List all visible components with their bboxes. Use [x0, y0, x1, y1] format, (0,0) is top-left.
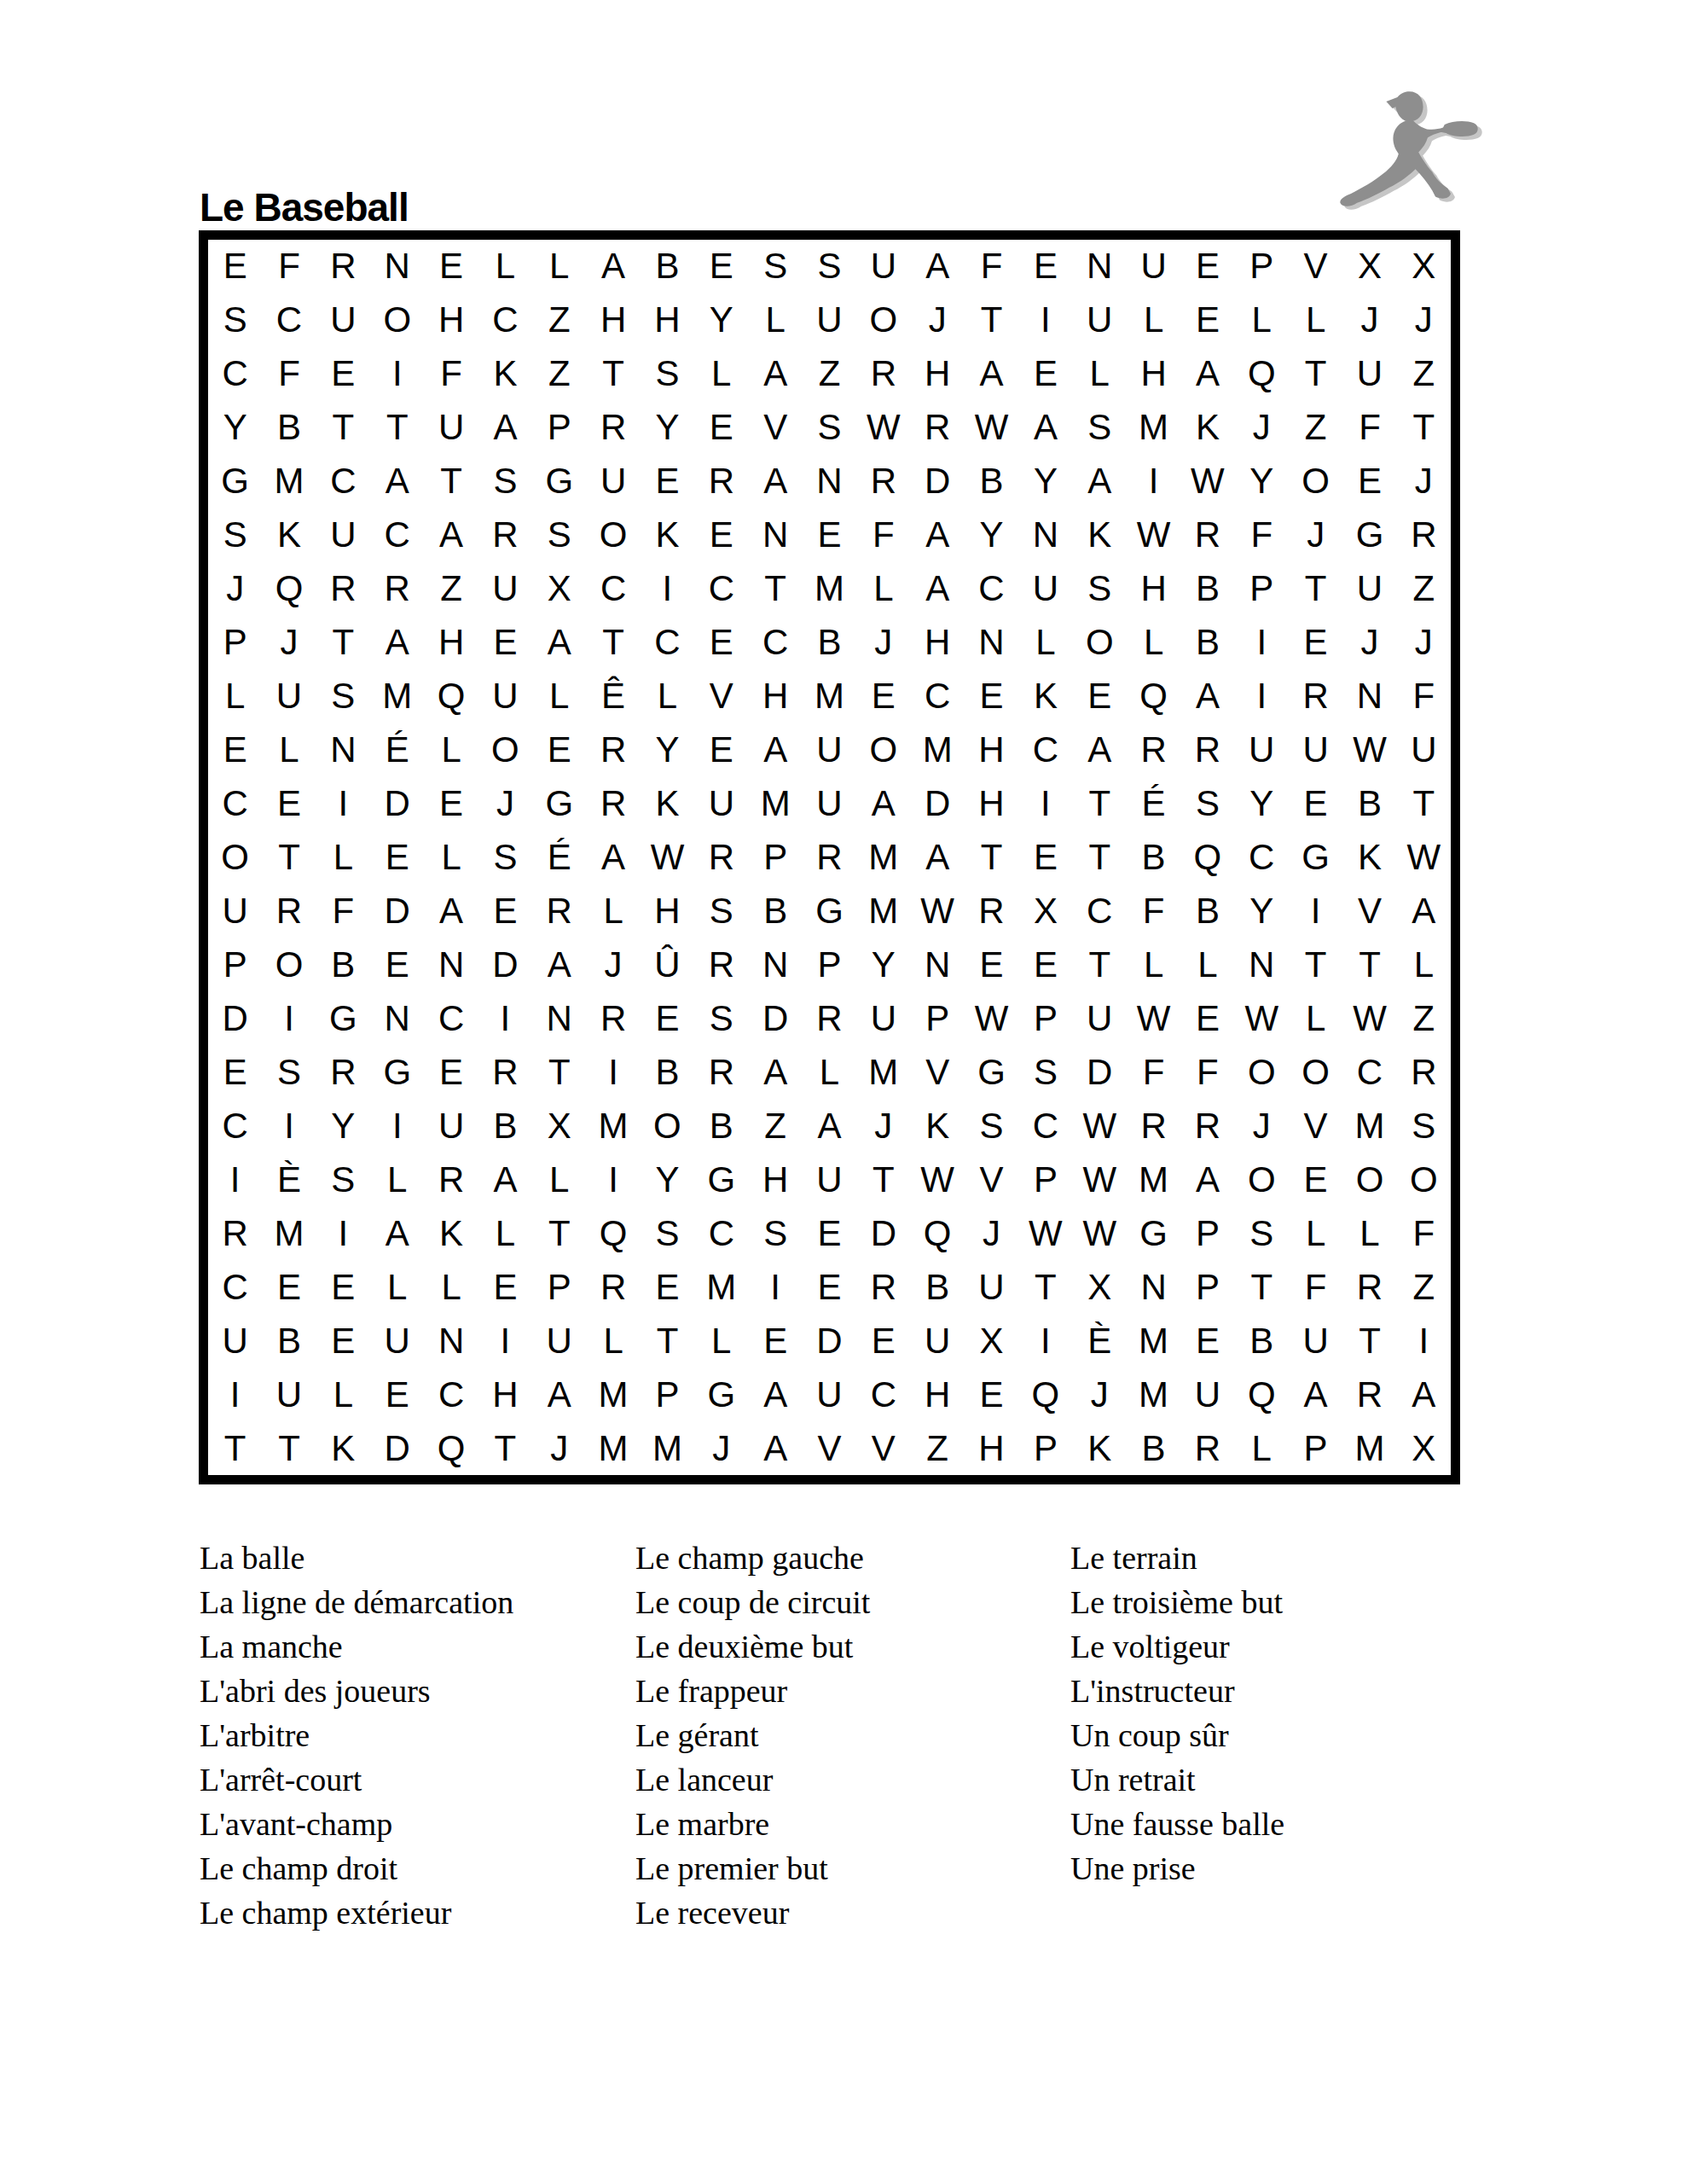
grid-cell: U — [478, 562, 532, 616]
grid-cell: A — [748, 347, 802, 401]
grid-cell: J — [262, 616, 316, 670]
grid-cell: H — [1127, 562, 1180, 616]
grid-cell: N — [1342, 670, 1396, 723]
grid-cell: U — [856, 240, 910, 293]
grid-cell: E — [1073, 670, 1127, 723]
grid-cell: E — [856, 670, 910, 723]
grid-cell: B — [1180, 616, 1234, 670]
grid-cell: É — [1127, 777, 1180, 831]
grid-cell: G — [694, 1153, 748, 1206]
grid-cell: Q — [424, 1421, 478, 1475]
grid-cell: R — [1127, 723, 1180, 777]
grid-cell: Q — [424, 670, 478, 723]
grid-cell: D — [208, 991, 262, 1045]
grid-cell: A — [532, 938, 586, 991]
grid-cell: Z — [1289, 401, 1342, 455]
grid-cell: U — [424, 1099, 478, 1153]
grid-cell: Z — [748, 1099, 802, 1153]
grid-cell: G — [208, 455, 262, 508]
grid-cell: T — [586, 347, 640, 401]
grid-cell: D — [1073, 1045, 1127, 1099]
word-item: Le deuxième but — [635, 1624, 870, 1669]
grid-cell: A — [370, 455, 424, 508]
grid-cell: P — [208, 938, 262, 991]
grid-cell: M — [856, 1045, 910, 1099]
grid-cell: G — [532, 777, 586, 831]
grid-cell: L — [532, 1153, 586, 1206]
grid-cell: I — [1289, 884, 1342, 938]
grid-cell: J — [208, 562, 262, 616]
grid-cell: U — [1073, 293, 1127, 347]
grid-cell: E — [965, 1368, 1018, 1421]
grid-cell: U — [803, 1368, 856, 1421]
grid-cell: L — [370, 1260, 424, 1314]
grid-cell: E — [641, 1260, 694, 1314]
grid-cell: W — [1342, 991, 1396, 1045]
grid-cell: N — [803, 455, 856, 508]
grid-cell: E — [694, 240, 748, 293]
grid-cell: Y — [641, 401, 694, 455]
grid-cell: X — [1342, 240, 1396, 293]
grid-cell: M — [370, 670, 424, 723]
grid-cell: I — [208, 1368, 262, 1421]
grid-cell: R — [424, 1153, 478, 1206]
grid-cell: H — [424, 616, 478, 670]
grid-cell: J — [1073, 1368, 1127, 1421]
grid-cell: L — [856, 562, 910, 616]
grid-cell: L — [208, 670, 262, 723]
grid-cell: S — [1073, 562, 1127, 616]
grid-cell: I — [478, 1314, 532, 1368]
grid-cell: W — [965, 991, 1018, 1045]
grid-cell: L — [1235, 1421, 1289, 1475]
grid-cell: I — [1397, 1314, 1451, 1368]
grid-cell: V — [911, 1045, 965, 1099]
grid-cell: J — [1397, 455, 1451, 508]
grid-cell: R — [262, 884, 316, 938]
grid-cell: H — [965, 777, 1018, 831]
grid-cell: E — [532, 723, 586, 777]
grid-cell: W — [1073, 1206, 1127, 1260]
grid-cell: M — [262, 1206, 316, 1260]
grid-cell: H — [1127, 347, 1180, 401]
grid-cell: T — [370, 401, 424, 455]
grid-cell: L — [803, 1045, 856, 1099]
grid-cell: L — [1289, 1206, 1342, 1260]
grid-cell: E — [965, 938, 1018, 991]
grid-cell: D — [748, 991, 802, 1045]
grid-cell: I — [748, 1260, 802, 1314]
grid-cell: T — [1397, 777, 1451, 831]
grid-cell: L — [478, 1206, 532, 1260]
grid-cell: N — [1073, 240, 1127, 293]
grid-cell: P — [532, 1260, 586, 1314]
grid-cell: I — [262, 991, 316, 1045]
grid-cell: E — [1180, 991, 1234, 1045]
grid-cell: F — [1397, 670, 1451, 723]
grid-cell: T — [262, 1421, 316, 1475]
grid-cell: C — [208, 1260, 262, 1314]
grid-cell: A — [532, 1368, 586, 1421]
grid-cell: M — [1127, 1153, 1180, 1206]
grid-cell: A — [1289, 1368, 1342, 1421]
grid-cell: W — [965, 401, 1018, 455]
word-item: Le champ extérieur — [200, 1891, 513, 1935]
grid-cell: R — [478, 508, 532, 562]
grid-cell: D — [370, 777, 424, 831]
grid-cell: N — [1018, 508, 1072, 562]
grid-cell: U — [370, 1314, 424, 1368]
grid-cell: É — [532, 831, 586, 885]
grid-cell: L — [424, 831, 478, 885]
grid-cell: T — [586, 616, 640, 670]
grid-cell: K — [316, 1421, 370, 1475]
grid-cell: F — [1397, 1206, 1451, 1260]
grid-cell: Q — [1018, 1368, 1072, 1421]
grid-cell: Y — [1235, 884, 1289, 938]
grid-cell: J — [586, 938, 640, 991]
grid-cell: X — [1397, 1421, 1451, 1475]
grid-cell: H — [586, 293, 640, 347]
grid-cell: V — [1342, 884, 1396, 938]
grid-cell: Y — [965, 508, 1018, 562]
grid-cell: P — [532, 401, 586, 455]
grid-cell: R — [694, 831, 748, 885]
grid-cell: J — [856, 616, 910, 670]
grid-cell: H — [478, 1368, 532, 1421]
grid-cell: D — [911, 777, 965, 831]
grid-cell: B — [803, 616, 856, 670]
grid-cell: E — [370, 1368, 424, 1421]
grid-cell: L — [1397, 938, 1451, 991]
grid-cell: G — [1342, 508, 1396, 562]
grid-cell: E — [1018, 347, 1072, 401]
grid-cell: K — [1073, 1421, 1127, 1475]
grid-cell: E — [1018, 938, 1072, 991]
grid-cell: C — [1018, 723, 1072, 777]
grid-cell: E — [1018, 831, 1072, 885]
grid-cell: W — [1397, 831, 1451, 885]
word-item: Un coup sûr — [1070, 1713, 1284, 1757]
grid-cell: D — [478, 938, 532, 991]
grid-cell: U — [1342, 562, 1396, 616]
grid-cell: R — [478, 1045, 532, 1099]
grid-cell: H — [424, 293, 478, 347]
grid-cell: K — [1018, 670, 1072, 723]
grid-cell: U — [911, 1314, 965, 1368]
grid-cell: A — [478, 1153, 532, 1206]
grid-cell: Q — [586, 1206, 640, 1260]
grid-cell: L — [424, 723, 478, 777]
word-item: Une prise — [1070, 1846, 1284, 1891]
grid-cell: F — [262, 347, 316, 401]
grid-cell: E — [370, 938, 424, 991]
grid-cell: T — [965, 831, 1018, 885]
grid-cell: L — [478, 240, 532, 293]
grid-cell: L — [694, 347, 748, 401]
grid-cell: A — [424, 508, 478, 562]
word-item: L'avant-champ — [200, 1802, 513, 1846]
grid-cell: F — [1342, 401, 1396, 455]
grid-cell: O — [856, 293, 910, 347]
grid-cell: P — [1235, 562, 1289, 616]
grid-cell: C — [586, 562, 640, 616]
grid-cell: F — [1289, 1260, 1342, 1314]
grid-cell: J — [856, 1099, 910, 1153]
grid-cell: U — [1018, 562, 1072, 616]
grid-cell: R — [586, 1260, 640, 1314]
grid-cell: M — [856, 884, 910, 938]
grid-cell: A — [1180, 670, 1234, 723]
grid-cell: T — [1342, 938, 1396, 991]
word-item: La manche — [200, 1624, 513, 1669]
grid-cell: M — [803, 670, 856, 723]
grid-cell: F — [1127, 884, 1180, 938]
grid-cell: J — [532, 1421, 586, 1475]
grid-cell: O — [370, 293, 424, 347]
page-title: Le Baseball — [200, 184, 409, 230]
grid-cell: B — [911, 1260, 965, 1314]
grid-cell: J — [1397, 293, 1451, 347]
word-item: Un retrait — [1070, 1757, 1284, 1802]
grid-cell: U — [478, 670, 532, 723]
grid-cell: L — [586, 884, 640, 938]
grid-cell: E — [478, 884, 532, 938]
grid-cell: L — [641, 670, 694, 723]
grid-cell: Y — [856, 938, 910, 991]
grid-cell: E — [208, 1045, 262, 1099]
grid-cell: W — [1235, 991, 1289, 1045]
grid-cell: S — [1397, 1099, 1451, 1153]
grid-cell: M — [1127, 1368, 1180, 1421]
grid-cell: B — [1235, 1314, 1289, 1368]
grid-cell: A — [1018, 401, 1072, 455]
grid-cell: M — [856, 831, 910, 885]
grid-cell: S — [208, 508, 262, 562]
grid-cell: W — [1127, 991, 1180, 1045]
grid-cell: U — [803, 777, 856, 831]
grid-cell: G — [803, 884, 856, 938]
grid-cell: Z — [532, 293, 586, 347]
grid-cell: C — [694, 1206, 748, 1260]
grid-cell: J — [478, 777, 532, 831]
grid-cell: U — [532, 1314, 586, 1368]
grid-cell: M — [803, 562, 856, 616]
grid-cell: Q — [911, 1206, 965, 1260]
grid-cell: V — [803, 1421, 856, 1475]
grid-cell: P — [911, 991, 965, 1045]
grid-cell: S — [748, 1206, 802, 1260]
grid-cell: T — [1289, 562, 1342, 616]
grid-cell: T — [532, 1206, 586, 1260]
grid-cell: B — [262, 1314, 316, 1368]
grid-cell: J — [911, 293, 965, 347]
grid-cell: U — [856, 991, 910, 1045]
grid-cell: F — [856, 508, 910, 562]
grid-cell: B — [262, 401, 316, 455]
grid-cell: R — [803, 991, 856, 1045]
grid-cell: T — [1073, 831, 1127, 885]
grid-cell: W — [911, 884, 965, 938]
grid-cell: K — [641, 777, 694, 831]
grid-cell: R — [316, 562, 370, 616]
grid-cell: R — [1180, 1421, 1234, 1475]
grid-cell: L — [1235, 293, 1289, 347]
grid-cell: U — [208, 1314, 262, 1368]
grid-cell: E — [370, 831, 424, 885]
grid-cell: S — [262, 1045, 316, 1099]
grid-cell: I — [1127, 455, 1180, 508]
grid-cell: R — [1397, 508, 1451, 562]
grid-cell: U — [1397, 723, 1451, 777]
grid-cell: E — [1180, 293, 1234, 347]
grid-cell: R — [586, 401, 640, 455]
grid-cell: X — [532, 1099, 586, 1153]
grid-cell: K — [911, 1099, 965, 1153]
grid-cell: W — [1342, 723, 1396, 777]
grid-cell: R — [965, 884, 1018, 938]
grid-cell: C — [424, 1368, 478, 1421]
grid-cell: È — [262, 1153, 316, 1206]
word-item: Le terrain — [1070, 1536, 1284, 1580]
grid-cell: I — [641, 562, 694, 616]
grid-cell: N — [965, 616, 1018, 670]
grid-cell: H — [965, 1421, 1018, 1475]
word-item: Le premier but — [635, 1846, 870, 1891]
grid-cell: N — [424, 938, 478, 991]
grid-cell: L — [694, 1314, 748, 1368]
grid-cell: U — [1342, 347, 1396, 401]
word-item: L'arbitre — [200, 1713, 513, 1757]
grid-cell: P — [803, 938, 856, 991]
grid-cell: U — [316, 508, 370, 562]
grid-cell: E — [1180, 1314, 1234, 1368]
grid-cell: L — [586, 1314, 640, 1368]
grid-cell: C — [1018, 1099, 1072, 1153]
grid-cell: J — [1289, 508, 1342, 562]
grid-cell: V — [748, 401, 802, 455]
grid-cell: P — [1180, 1206, 1234, 1260]
grid-cell: Y — [1235, 777, 1289, 831]
grid-cell: L — [532, 670, 586, 723]
grid-cell: A — [748, 1368, 802, 1421]
grid-cell: T — [748, 562, 802, 616]
grid-cell: E — [694, 616, 748, 670]
grid-cell: Q — [1235, 1368, 1289, 1421]
grid-cell: F — [316, 884, 370, 938]
grid-cell: B — [641, 240, 694, 293]
grid-cell: F — [1235, 508, 1289, 562]
grid-cell: I — [208, 1153, 262, 1206]
grid-cell: O — [262, 938, 316, 991]
grid-cell: S — [1180, 777, 1234, 831]
grid-cell: U — [316, 293, 370, 347]
grid-cell: Z — [1397, 991, 1451, 1045]
grid-cell: I — [1018, 777, 1072, 831]
grid-cell: M — [262, 455, 316, 508]
grid-cell: A — [911, 831, 965, 885]
grid-cell: A — [586, 240, 640, 293]
grid-cell: Y — [641, 1153, 694, 1206]
grid-cell: B — [694, 1099, 748, 1153]
grid-cell: S — [641, 1206, 694, 1260]
grid-cell: T — [208, 1421, 262, 1475]
grid-cell: B — [1127, 831, 1180, 885]
grid-cell: E — [1018, 240, 1072, 293]
grid-cell: V — [965, 1153, 1018, 1206]
grid-cell: O — [641, 1099, 694, 1153]
grid-cell: F — [1180, 1045, 1234, 1099]
baseball-batter-icon — [1336, 85, 1489, 225]
batter-body — [1340, 120, 1477, 206]
grid-cell: Z — [803, 347, 856, 401]
grid-cell: U — [1289, 1314, 1342, 1368]
grid-cell: B — [748, 884, 802, 938]
grid-cell: E — [803, 1206, 856, 1260]
grid-cell: P — [641, 1368, 694, 1421]
grid-cell: C — [208, 1099, 262, 1153]
grid-cell: L — [1127, 616, 1180, 670]
word-item: Le receveur — [635, 1891, 870, 1935]
grid-cell: A — [586, 831, 640, 885]
grid-cell: C — [965, 562, 1018, 616]
grid-cell: N — [748, 508, 802, 562]
grid-cell: Z — [1397, 347, 1451, 401]
word-item: Le troisième but — [1070, 1580, 1284, 1624]
grid-cell: U — [1289, 723, 1342, 777]
grid-cell: B — [965, 455, 1018, 508]
grid-cell: I — [370, 347, 424, 401]
grid-cell: G — [965, 1045, 1018, 1099]
grid-cell: L — [1073, 347, 1127, 401]
grid-cell: R — [803, 831, 856, 885]
grid-cell: H — [965, 723, 1018, 777]
grid-cell: J — [1397, 616, 1451, 670]
grid-cell: F — [1127, 1045, 1180, 1099]
grid-cell: S — [641, 347, 694, 401]
word-item: La ligne de démarcation — [200, 1580, 513, 1624]
grid-cell: L — [316, 831, 370, 885]
grid-cell: E — [316, 347, 370, 401]
grid-cell: E — [803, 1260, 856, 1314]
grid-cell: T — [1289, 347, 1342, 401]
word-item: Le champ gauche — [635, 1536, 870, 1580]
grid-cell: E — [424, 240, 478, 293]
grid-cell: D — [856, 1206, 910, 1260]
grid-cell: X — [965, 1314, 1018, 1368]
grid-cell: R — [586, 723, 640, 777]
grid-cell: J — [1235, 1099, 1289, 1153]
grid-cell: B — [478, 1099, 532, 1153]
grid-cell: E — [694, 508, 748, 562]
grid-cell: U — [424, 401, 478, 455]
grid-cell: K — [424, 1206, 478, 1260]
grid-cell: H — [911, 616, 965, 670]
grid-cell: E — [856, 1314, 910, 1368]
grid-cell: M — [1127, 401, 1180, 455]
grid-cell: U — [803, 293, 856, 347]
grid-cell: W — [911, 1153, 965, 1206]
batter-head — [1395, 91, 1423, 121]
grid-cell: L — [1127, 938, 1180, 991]
grid-cell: A — [478, 401, 532, 455]
grid-cell: Z — [424, 562, 478, 616]
grid-cell: C — [911, 670, 965, 723]
grid-cell: E — [208, 240, 262, 293]
grid-cell: N — [1235, 938, 1289, 991]
grid-cell: S — [532, 508, 586, 562]
grid-cell: E — [478, 1260, 532, 1314]
